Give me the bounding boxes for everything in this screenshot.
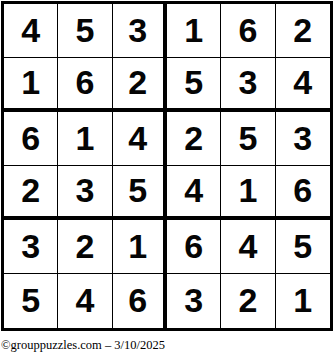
cell-r1c3: 3 (113, 4, 167, 58)
cell-r1c5: 6 (221, 4, 275, 58)
cell-r6c1: 5 (4, 274, 58, 328)
cell-r5c1: 3 (4, 220, 58, 274)
cell-r2c2: 6 (58, 58, 112, 112)
cell-r4c2: 3 (58, 166, 112, 220)
cell-r4c6: 6 (276, 166, 330, 220)
cell-r6c5: 2 (221, 274, 275, 328)
cell-r4c4: 4 (167, 166, 221, 220)
cell-r1c2: 5 (58, 4, 112, 58)
cell-r6c6: 1 (276, 274, 330, 328)
cell-r5c4: 6 (167, 220, 221, 274)
cell-r2c6: 4 (276, 58, 330, 112)
cell-r5c3: 1 (113, 220, 167, 274)
cell-r4c1: 2 (4, 166, 58, 220)
cell-r6c4: 3 (167, 274, 221, 328)
cell-r6c3: 6 (113, 274, 167, 328)
cell-r1c6: 2 (276, 4, 330, 58)
cell-r5c5: 4 (221, 220, 275, 274)
cell-r1c1: 4 (4, 4, 58, 58)
cell-r4c3: 5 (113, 166, 167, 220)
cell-r5c6: 5 (276, 220, 330, 274)
cell-r2c3: 2 (113, 58, 167, 112)
cell-r6c2: 4 (58, 274, 112, 328)
cell-r4c5: 1 (221, 166, 275, 220)
cell-r3c6: 3 (276, 112, 330, 166)
cell-r2c1: 1 (4, 58, 58, 112)
copyright-credit: ©grouppuzzles.com – 3/10/2025 (1, 338, 165, 353)
cell-r2c4: 5 (167, 58, 221, 112)
cell-r3c5: 5 (221, 112, 275, 166)
cell-r3c3: 4 (113, 112, 167, 166)
cell-r2c5: 3 (221, 58, 275, 112)
cell-r5c2: 2 (58, 220, 112, 274)
sudoku-grid: 453162162534614253235416321645546321 (1, 1, 333, 331)
cell-r1c4: 1 (167, 4, 221, 58)
sudoku-board: 453162162534614253235416321645546321 (1, 1, 333, 331)
cell-r3c4: 2 (167, 112, 221, 166)
cell-r3c2: 1 (58, 112, 112, 166)
cell-r3c1: 6 (4, 112, 58, 166)
